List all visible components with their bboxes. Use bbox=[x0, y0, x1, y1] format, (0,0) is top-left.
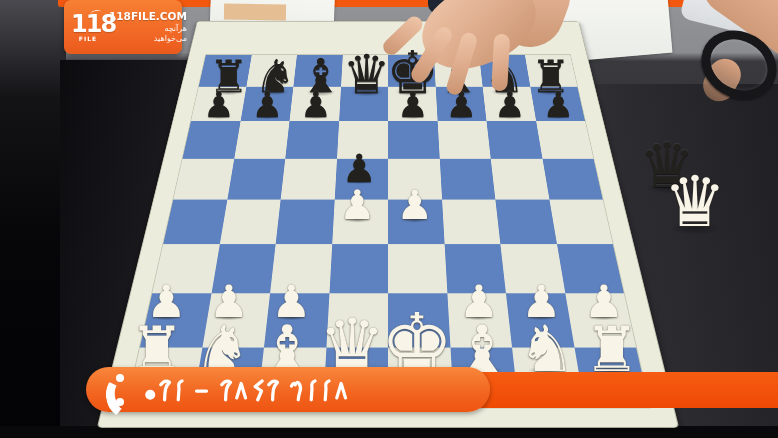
white-pawn-d4[interactable]: ♟ bbox=[339, 190, 376, 222]
site-logo: 118 FILE 118FILE.COM هرآنچه می‌خواهید bbox=[64, 0, 182, 54]
logo-domain-text: 118FILE.COM bbox=[109, 11, 187, 23]
phone-banner: ۰۲۱ - ۲۸۴۲ ۳۱۱۸ bbox=[86, 367, 490, 412]
black-pawn-d5[interactable]: ♟ bbox=[342, 154, 377, 184]
logo-tagline-1: هرآنچه bbox=[109, 24, 187, 33]
bottom-banner-bar bbox=[468, 372, 778, 408]
offboard-white-queen[interactable]: ♛ bbox=[664, 175, 727, 230]
phone-number bbox=[144, 375, 349, 405]
white-rook-h1[interactable]: ♜ bbox=[584, 326, 640, 375]
black-pawn-f7[interactable]: ♟ bbox=[445, 91, 477, 119]
black-pawn-e7[interactable]: ♟ bbox=[397, 91, 429, 119]
black-pawn-h7[interactable]: ♟ bbox=[542, 91, 574, 119]
phone-number-text: ۰۲۱ - ۲۸۴۲ ۳۱۱۸ bbox=[86, 389, 87, 390]
video-frame: ♜♞♝♛♚♝♞♜♟♟♟♟♟♟♟♟♟♟♟♟♟♟♟♟♜♞♝♛♚♝♞♜ ♛♛ ۰۲۱ … bbox=[0, 0, 778, 438]
white-pawn-e4[interactable]: ♟ bbox=[396, 190, 433, 222]
black-queen-d8[interactable]: ♛ bbox=[342, 54, 390, 96]
logo-118-mark: 118 FILE bbox=[71, 12, 105, 42]
phone-icon bbox=[102, 374, 132, 406]
black-pawn-g7[interactable]: ♟ bbox=[494, 91, 526, 119]
white-knight-g1[interactable]: ♞ bbox=[518, 325, 575, 375]
logo-tagline-2: می‌خواهید bbox=[109, 34, 187, 43]
black-pawn-b7[interactable]: ♟ bbox=[251, 91, 283, 119]
black-pawn-a7[interactable]: ♟ bbox=[203, 91, 235, 119]
black-pawn-c7[interactable]: ♟ bbox=[300, 91, 332, 119]
